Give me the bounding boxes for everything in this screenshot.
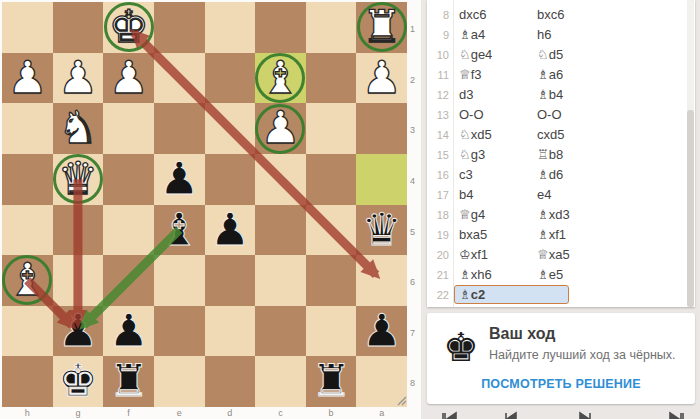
move-number: 8 xyxy=(427,5,449,25)
rank-label-8: 8 xyxy=(410,378,420,388)
square-a6[interactable] xyxy=(356,255,407,306)
move-navigation xyxy=(427,411,695,419)
move-17-black[interactable]: e4 xyxy=(537,185,551,205)
rank-label-4: 4 xyxy=(410,176,420,186)
white-bishop-h6[interactable]: ♝ xyxy=(2,255,53,306)
square-g2[interactable]: ♟ xyxy=(53,53,104,104)
move-row-21: 21♗xh6♗e5 xyxy=(427,265,695,285)
square-b3[interactable] xyxy=(306,103,357,154)
move-number: 22 xyxy=(427,285,449,305)
move-19-black[interactable]: ♗xf1 xyxy=(537,225,566,245)
square-f7[interactable]: ♟ xyxy=(103,306,154,357)
square-c7[interactable] xyxy=(255,306,306,357)
move-row-22: 22♗c2 xyxy=(427,285,695,305)
white-pawn-f2[interactable]: ♟ xyxy=(103,53,154,104)
square-f1[interactable]: ♚ xyxy=(103,2,154,53)
move-row-12: 12d3♗b4 xyxy=(427,85,695,105)
square-a7[interactable]: ♟ xyxy=(356,306,407,357)
next-move-button[interactable] xyxy=(576,411,594,419)
show-solution-link[interactable]: ПОСМОТРЕТЬ РЕШЕНИЕ xyxy=(427,377,695,391)
square-f3[interactable] xyxy=(103,103,154,154)
square-f6[interactable] xyxy=(103,255,154,306)
square-e6[interactable] xyxy=(154,255,205,306)
move-number: 15 xyxy=(427,145,449,165)
move-list: 8dxc6bxc69♗a4h610♘ge4♘d511♕f3♗a612d3♗b41… xyxy=(427,0,695,307)
white-knight-g3[interactable]: ♞ xyxy=(53,103,104,154)
rank-label-5: 5 xyxy=(410,227,420,237)
move-8-black[interactable]: bxc6 xyxy=(537,5,564,25)
move-row-17: 17b4e4 xyxy=(427,185,695,205)
your-move-subtitle: Найдите лучший ход за чёрных. xyxy=(489,348,676,362)
square-d6[interactable] xyxy=(205,255,256,306)
square-h5[interactable] xyxy=(2,205,53,256)
file-label-d: d xyxy=(205,408,256,418)
black-rook-b8[interactable]: ♜ xyxy=(306,356,357,407)
move-row-20: 20♔xf1♕xa5 xyxy=(427,245,695,265)
move-number: 18 xyxy=(427,205,449,225)
square-c2[interactable]: ♝ xyxy=(255,53,306,104)
your-move-title: Ваш ход xyxy=(489,325,555,343)
square-g3[interactable]: ♞ xyxy=(53,103,104,154)
move-11-white[interactable]: ♕f3 xyxy=(459,65,482,85)
square-g5[interactable] xyxy=(53,205,104,256)
file-label-b: b xyxy=(306,408,357,418)
black-pawn-e4[interactable]: ♟ xyxy=(154,154,205,205)
chess-training-app: { "game": "chess", "position": { "fen": … xyxy=(0,0,700,419)
square-c3[interactable]: ♟ xyxy=(255,103,306,154)
move-9-white[interactable]: ♗a4 xyxy=(459,25,485,45)
square-e5[interactable]: ♝ xyxy=(154,205,205,256)
square-f8[interactable]: ♜ xyxy=(103,356,154,407)
black-bishop-e5[interactable]: ♝ xyxy=(154,205,205,256)
move-number: 19 xyxy=(427,225,449,245)
move-16-black[interactable]: ♗d6 xyxy=(537,165,563,185)
move-row-14: 14♘xd5cxd5 xyxy=(427,125,695,145)
square-b5[interactable] xyxy=(306,205,357,256)
file-label-e: e xyxy=(154,408,205,418)
white-pawn-g2[interactable]: ♟ xyxy=(53,53,104,104)
move-21-black[interactable]: ♗e5 xyxy=(537,265,563,285)
move-19-white[interactable]: bxa5 xyxy=(459,225,487,245)
black-king-g8[interactable]: ♚ xyxy=(53,356,104,407)
square-e7[interactable] xyxy=(154,306,205,357)
white-pawn-a2[interactable]: ♟ xyxy=(356,53,407,104)
square-f2[interactable]: ♟ xyxy=(103,53,154,104)
square-a2[interactable]: ♟ xyxy=(356,53,407,104)
board-area: ♚♜♟♟♟♝♟♞♟♛♟♝♟♛♝♟♟♟♚♜♜ 12345678 hgfedcba xyxy=(0,0,421,419)
file-label-c: c xyxy=(255,408,306,418)
move-number: 11 xyxy=(427,65,449,85)
square-d3[interactable] xyxy=(205,103,256,154)
move-row-13: 13O-OO-O xyxy=(427,105,695,125)
move-number: 9 xyxy=(427,25,449,45)
rank-label-1: 1 xyxy=(410,24,420,34)
move-row-11: 11♕f3♗a6 xyxy=(427,65,695,85)
square-a4[interactable] xyxy=(356,154,407,205)
circle-marker-c3 xyxy=(255,104,305,154)
square-h2[interactable]: ♟ xyxy=(2,53,53,104)
rank-label-6: 6 xyxy=(410,277,420,287)
square-e4[interactable]: ♟ xyxy=(154,154,205,205)
move-number: 17 xyxy=(427,185,449,205)
square-e8[interactable] xyxy=(154,356,205,407)
file-label-h: h xyxy=(2,408,53,418)
move-22-white[interactable]: ♗c2 xyxy=(459,285,485,305)
white-pawn-c3[interactable]: ♟ xyxy=(255,103,306,154)
circle-marker-h6 xyxy=(2,255,52,305)
move-row-8: 8dxc6bxc6 xyxy=(427,5,695,25)
move-17-white[interactable]: b4 xyxy=(459,185,473,205)
square-g1[interactable] xyxy=(53,2,104,53)
board-resize-handle[interactable] xyxy=(395,394,408,407)
move-18-white[interactable]: ♕g4 xyxy=(459,205,485,225)
square-d8[interactable] xyxy=(205,356,256,407)
move-row-19: 19bxa5♗xf1 xyxy=(427,225,695,245)
move-number: 21 xyxy=(427,265,449,285)
white-queen-g4[interactable]: ♛ xyxy=(53,154,104,205)
move-15-black[interactable]: ♖b8 xyxy=(537,145,563,165)
move-8-white[interactable]: dxc6 xyxy=(459,5,486,25)
move-10-white[interactable]: ♘ge4 xyxy=(459,45,492,65)
square-c6[interactable] xyxy=(255,255,306,306)
file-label-a: a xyxy=(356,408,407,418)
move-21-white[interactable]: ♗xh6 xyxy=(459,265,492,285)
square-a5[interactable]: ♛ xyxy=(356,205,407,256)
square-f4[interactable] xyxy=(103,154,154,205)
circle-marker-c2 xyxy=(255,53,305,103)
square-d4[interactable] xyxy=(205,154,256,205)
move-12-black[interactable]: ♗b4 xyxy=(537,85,563,105)
move-14-black[interactable]: cxd5 xyxy=(537,125,564,145)
square-e1[interactable] xyxy=(154,2,205,53)
square-h8[interactable] xyxy=(2,356,53,407)
square-d7[interactable] xyxy=(205,306,256,357)
move-list-scrollbar-thumb[interactable] xyxy=(687,110,694,307)
square-b1[interactable] xyxy=(306,2,357,53)
square-c4[interactable] xyxy=(255,154,306,205)
black-rook-f8[interactable]: ♜ xyxy=(103,356,154,407)
right-panel: 8dxc6bxc69♗a4h610♘ge4♘d511♕f3♗a612d3♗b41… xyxy=(427,0,695,419)
square-d2[interactable] xyxy=(205,53,256,104)
move-13-white[interactable]: O-O xyxy=(459,105,484,125)
white-pawn-h2[interactable]: ♟ xyxy=(2,53,53,104)
square-h4[interactable] xyxy=(2,154,53,205)
move-row-18: 18♕g4♗xd3 xyxy=(427,205,695,225)
white-bishop-c2[interactable]: ♝ xyxy=(255,53,306,104)
square-d5[interactable]: ♟ xyxy=(205,205,256,256)
square-g7[interactable]: ♟ xyxy=(53,306,104,357)
circle-marker-f1 xyxy=(104,2,154,52)
black-king-icon: ♚ xyxy=(443,325,479,369)
move-20-white[interactable]: ♔xf1 xyxy=(459,245,488,265)
move-13-black[interactable]: O-O xyxy=(537,105,562,125)
square-a3[interactable] xyxy=(356,103,407,154)
square-b2[interactable] xyxy=(306,53,357,104)
file-label-g: g xyxy=(53,408,104,418)
circle-marker-g4 xyxy=(53,154,103,204)
move-15-white[interactable]: ♘g3 xyxy=(459,145,485,165)
move-12-white[interactable]: d3 xyxy=(459,85,473,105)
rank-label-7: 7 xyxy=(410,328,420,338)
square-g4[interactable]: ♛ xyxy=(53,154,104,205)
your-move-panel: ♚ Ваш ход Найдите лучший ход за чёрных. … xyxy=(427,313,695,404)
square-d1[interactable] xyxy=(205,2,256,53)
first-move-button[interactable] xyxy=(441,411,459,419)
rank-label-2: 2 xyxy=(410,75,420,85)
black-pawn-g7[interactable]: ♟ xyxy=(53,306,104,357)
square-c1[interactable] xyxy=(255,2,306,53)
white-rook-a1[interactable]: ♜ xyxy=(356,2,407,53)
move-number: 20 xyxy=(427,245,449,265)
square-e3[interactable] xyxy=(154,103,205,154)
last-move-button[interactable] xyxy=(667,411,685,419)
move-row-16: 16c3♗d6 xyxy=(427,165,695,185)
square-h7[interactable] xyxy=(2,306,53,357)
circle-marker-a1 xyxy=(357,2,407,52)
move-14-white[interactable]: ♘xd5 xyxy=(459,125,492,145)
move-9-black[interactable]: h6 xyxy=(537,25,551,45)
prev-move-button[interactable] xyxy=(502,411,520,419)
square-g6[interactable] xyxy=(53,255,104,306)
move-row-10: 10♘ge4♘d5 xyxy=(427,45,695,65)
white-king-f1[interactable]: ♚ xyxy=(103,2,154,53)
chess-board[interactable]: ♚♜♟♟♟♝♟♞♟♛♟♝♟♛♝♟♟♟♚♜♜ xyxy=(2,2,407,407)
square-f5[interactable] xyxy=(103,205,154,256)
square-h6[interactable]: ♝ xyxy=(2,255,53,306)
move-18-black[interactable]: ♗xd3 xyxy=(537,205,570,225)
square-g8[interactable]: ♚ xyxy=(53,356,104,407)
square-h1[interactable] xyxy=(2,2,53,53)
rank-label-3: 3 xyxy=(410,125,420,135)
square-e2[interactable] xyxy=(154,53,205,104)
black-pawn-d5[interactable]: ♟ xyxy=(205,205,256,256)
square-b4[interactable] xyxy=(306,154,357,205)
square-c8[interactable] xyxy=(255,356,306,407)
file-label-f: f xyxy=(103,408,154,418)
move-number: 16 xyxy=(427,165,449,185)
black-queen-a5[interactable]: ♛ xyxy=(356,205,407,256)
move-number: 13 xyxy=(427,105,449,125)
square-a1[interactable]: ♜ xyxy=(356,2,407,53)
move-16-white[interactable]: c3 xyxy=(459,165,473,185)
square-b6[interactable] xyxy=(306,255,357,306)
move-row-15: 15♘g3♖b8 xyxy=(427,145,695,165)
square-b7[interactable] xyxy=(306,306,357,357)
square-h3[interactable] xyxy=(2,103,53,154)
move-10-black[interactable]: ♘d5 xyxy=(537,45,563,65)
black-pawn-f7[interactable]: ♟ xyxy=(103,306,154,357)
move-number: 10 xyxy=(427,45,449,65)
black-pawn-a7[interactable]: ♟ xyxy=(356,306,407,357)
square-c5[interactable] xyxy=(255,205,306,256)
move-20-black[interactable]: ♕xa5 xyxy=(537,245,570,265)
move-11-black[interactable]: ♗a6 xyxy=(537,65,563,85)
square-b8[interactable]: ♜ xyxy=(306,356,357,407)
move-number: 12 xyxy=(427,85,449,105)
move-number: 14 xyxy=(427,125,449,145)
move-row-9: 9♗a4h6 xyxy=(427,25,695,45)
